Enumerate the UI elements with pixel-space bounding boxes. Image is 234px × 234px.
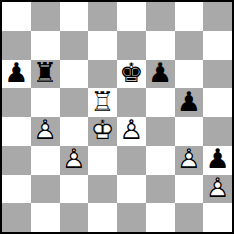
square-d1[interactable]	[88, 203, 117, 232]
square-f8[interactable]	[146, 2, 175, 31]
square-e5[interactable]	[117, 88, 146, 117]
square-a3[interactable]	[2, 146, 31, 175]
chess-board: ♟♜♚♟♜♖♟♟♙♚♔♟♙♟♙♟♙♟♟♙	[2, 2, 232, 232]
white-king: ♚♔	[88, 117, 117, 146]
square-h4[interactable]	[203, 117, 232, 146]
square-a5[interactable]	[2, 88, 31, 117]
chess-board-frame: ♟♜♚♟♜♖♟♟♙♚♔♟♙♟♙♟♙♟♟♙	[0, 0, 234, 234]
square-d8[interactable]	[88, 2, 117, 31]
square-c3[interactable]: ♟♙	[60, 146, 89, 175]
square-g4[interactable]	[175, 117, 204, 146]
square-e1[interactable]	[117, 203, 146, 232]
square-e6[interactable]: ♚	[117, 60, 146, 89]
black-pawn: ♟	[146, 60, 175, 89]
square-b3[interactable]	[31, 146, 60, 175]
square-g6[interactable]	[175, 60, 204, 89]
square-f4[interactable]	[146, 117, 175, 146]
square-c1[interactable]	[60, 203, 89, 232]
square-e2[interactable]	[117, 175, 146, 204]
square-d7[interactable]	[88, 31, 117, 60]
black-pawn: ♟	[203, 146, 232, 175]
square-c4[interactable]	[60, 117, 89, 146]
square-g1[interactable]	[175, 203, 204, 232]
square-a8[interactable]	[2, 2, 31, 31]
square-d2[interactable]	[88, 175, 117, 204]
square-c6[interactable]	[60, 60, 89, 89]
square-g5[interactable]: ♟	[175, 88, 204, 117]
square-e7[interactable]	[117, 31, 146, 60]
square-h2[interactable]: ♟♙	[203, 175, 232, 204]
square-b8[interactable]	[31, 2, 60, 31]
square-c8[interactable]	[60, 2, 89, 31]
square-g2[interactable]	[175, 175, 204, 204]
square-g3[interactable]: ♟♙	[175, 146, 204, 175]
square-c7[interactable]	[60, 31, 89, 60]
black-king: ♚	[117, 60, 146, 89]
white-rook: ♜♖	[88, 88, 117, 117]
square-f3[interactable]	[146, 146, 175, 175]
square-b4[interactable]: ♟♙	[31, 117, 60, 146]
square-f6[interactable]: ♟	[146, 60, 175, 89]
square-d6[interactable]	[88, 60, 117, 89]
square-a1[interactable]	[2, 203, 31, 232]
square-c2[interactable]	[60, 175, 89, 204]
white-pawn: ♟♙	[60, 146, 89, 175]
square-e8[interactable]	[117, 2, 146, 31]
square-f5[interactable]	[146, 88, 175, 117]
white-pawn: ♟♙	[31, 117, 60, 146]
square-g8[interactable]	[175, 2, 204, 31]
square-a2[interactable]	[2, 175, 31, 204]
square-d4[interactable]: ♚♔	[88, 117, 117, 146]
square-h3[interactable]: ♟	[203, 146, 232, 175]
square-b7[interactable]	[31, 31, 60, 60]
square-h8[interactable]	[203, 2, 232, 31]
square-b2[interactable]	[31, 175, 60, 204]
square-e4[interactable]: ♟♙	[117, 117, 146, 146]
square-b5[interactable]	[31, 88, 60, 117]
square-g7[interactable]	[175, 31, 204, 60]
square-f1[interactable]	[146, 203, 175, 232]
black-pawn: ♟	[175, 88, 204, 117]
square-d3[interactable]	[88, 146, 117, 175]
black-pawn: ♟	[2, 60, 31, 89]
square-h7[interactable]	[203, 31, 232, 60]
white-pawn: ♟♙	[203, 175, 232, 204]
white-pawn: ♟♙	[175, 146, 204, 175]
square-a6[interactable]: ♟	[2, 60, 31, 89]
square-e3[interactable]	[117, 146, 146, 175]
square-h6[interactable]	[203, 60, 232, 89]
square-c5[interactable]	[60, 88, 89, 117]
black-rook: ♜	[31, 60, 60, 89]
square-b1[interactable]	[31, 203, 60, 232]
square-h5[interactable]	[203, 88, 232, 117]
square-f7[interactable]	[146, 31, 175, 60]
square-d5[interactable]: ♜♖	[88, 88, 117, 117]
square-f2[interactable]	[146, 175, 175, 204]
square-b6[interactable]: ♜	[31, 60, 60, 89]
square-h1[interactable]	[203, 203, 232, 232]
square-a7[interactable]	[2, 31, 31, 60]
white-pawn: ♟♙	[117, 117, 146, 146]
square-a4[interactable]	[2, 117, 31, 146]
